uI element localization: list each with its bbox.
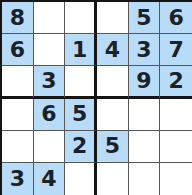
- cell-r5c5[interactable]: [129, 131, 161, 163]
- cell-r4c5[interactable]: [129, 99, 161, 131]
- cell-r2c4[interactable]: 4: [97, 34, 129, 66]
- cell-r3c2[interactable]: 3: [34, 66, 66, 98]
- cell-r4c2[interactable]: 6: [34, 99, 66, 131]
- cell-r1c1[interactable]: 8: [2, 2, 34, 34]
- cell-r2c1[interactable]: 6: [2, 34, 34, 66]
- cell-r6c6[interactable]: [160, 163, 192, 195]
- cell-r3c1[interactable]: [2, 66, 34, 98]
- cell-r1c4[interactable]: [97, 2, 129, 34]
- cell-r2c3[interactable]: 1: [65, 34, 97, 66]
- cell-r3c5[interactable]: 9: [129, 66, 161, 98]
- cell-r3c4[interactable]: [97, 66, 129, 98]
- cell-r1c5[interactable]: 5: [129, 2, 161, 34]
- cell-r4c4[interactable]: [97, 99, 129, 131]
- cell-r2c6[interactable]: 7: [160, 34, 192, 66]
- cell-r6c4[interactable]: [97, 163, 129, 195]
- cell-r1c2[interactable]: [34, 2, 66, 34]
- cell-r5c4[interactable]: 5: [97, 131, 129, 163]
- cell-r4c1[interactable]: [2, 99, 34, 131]
- cell-r6c1[interactable]: 3: [2, 163, 34, 195]
- cell-r6c3[interactable]: [65, 163, 97, 195]
- cell-r3c6[interactable]: 2: [160, 66, 192, 98]
- sudoku-board: 85661437392652534: [0, 0, 192, 195]
- cell-r2c5[interactable]: 3: [129, 34, 161, 66]
- cell-r2c2[interactable]: [34, 34, 66, 66]
- cell-r5c2[interactable]: [34, 131, 66, 163]
- cell-r1c6[interactable]: 6: [160, 2, 192, 34]
- cell-r6c2[interactable]: 4: [34, 163, 66, 195]
- cell-r5c6[interactable]: [160, 131, 192, 163]
- cell-r5c1[interactable]: [2, 131, 34, 163]
- cell-r1c3[interactable]: [65, 2, 97, 34]
- cell-r4c3[interactable]: 5: [65, 99, 97, 131]
- cell-r3c3[interactable]: [65, 66, 97, 98]
- cell-r5c3[interactable]: 2: [65, 131, 97, 163]
- cell-r6c5[interactable]: [129, 163, 161, 195]
- cell-r4c6[interactable]: [160, 99, 192, 131]
